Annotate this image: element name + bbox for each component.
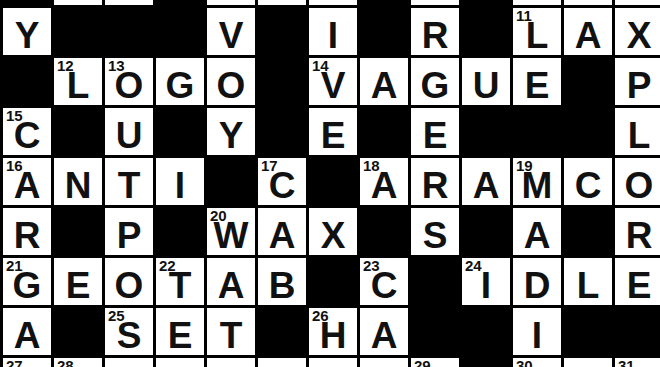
clue-number-30: 30	[516, 358, 533, 367]
letter-r2-c9: U	[462, 67, 510, 104]
cell-r8-c1[interactable]: 28	[54, 358, 102, 367]
cell-r5-c2[interactable]: P	[105, 208, 153, 255]
cell-r4-c3[interactable]: I	[156, 158, 204, 205]
letter-r7-c2: S	[105, 317, 153, 354]
letter-r4-c5: C	[258, 167, 306, 204]
letter-r3-c0: C	[3, 117, 51, 154]
cell-r8-c11[interactable]	[564, 358, 612, 367]
black-square-r3-c5	[258, 108, 306, 155]
letter-r2-c4: O	[207, 67, 255, 104]
letter-r6-c12: E	[615, 267, 660, 304]
cell-r2-c12[interactable]: P	[615, 58, 660, 105]
cell-r0-c8[interactable]	[411, 0, 459, 5]
letter-r2-c8: G	[411, 67, 459, 104]
letter-r3-c12: L	[615, 117, 660, 154]
letter-r5-c4: W	[207, 217, 255, 254]
letter-r7-c0: A	[3, 317, 51, 354]
letter-r5-c8: S	[411, 217, 459, 254]
cell-r2-c7[interactable]: A	[360, 58, 408, 105]
letter-r2-c7: A	[360, 67, 408, 104]
cell-r1-c0[interactable]: Y	[3, 8, 51, 55]
letter-r4-c11: C	[564, 167, 612, 204]
letter-r5-c10: A	[513, 217, 561, 254]
cell-r0-c4[interactable]	[207, 0, 255, 5]
black-square-r1-c1	[54, 8, 102, 55]
cell-r7-c0[interactable]: A	[3, 308, 51, 355]
cell-r1-c6[interactable]: I	[309, 8, 357, 55]
cell-r4-c10[interactable]: 19M	[513, 158, 561, 205]
letter-r4-c0: A	[3, 167, 51, 204]
black-square-r7-c8	[411, 308, 459, 355]
black-square-r7-c1	[54, 308, 102, 355]
letter-r1-c6: I	[309, 17, 357, 54]
letter-r7-c4: T	[207, 317, 255, 354]
letter-r4-c1: N	[54, 167, 102, 204]
cell-r8-c10[interactable]: 30	[513, 358, 561, 367]
black-square-r1-c5	[258, 8, 306, 55]
cell-r4-c11[interactable]: C	[564, 158, 612, 205]
black-square-r2-c0	[3, 58, 51, 105]
cell-r0-c10[interactable]	[513, 0, 561, 5]
cell-r6-c12[interactable]: E	[615, 258, 660, 305]
letter-r2-c1: L	[54, 67, 102, 104]
letter-r4-c12: O	[615, 167, 660, 204]
letter-r1-c12: X	[615, 17, 660, 54]
clue-number-28: 28	[57, 358, 74, 367]
cell-r3-c0[interactable]: 15C	[3, 108, 51, 155]
cell-r6-c9[interactable]: 24I	[462, 258, 510, 305]
cell-r6-c5[interactable]: B	[258, 258, 306, 305]
letter-r1-c10: L	[513, 17, 561, 54]
crossword-grid: YVIR11LAX12L13OGO14VAGUEP15CUYEEL16ANTI1…	[0, 0, 660, 367]
letter-r1-c8: R	[411, 17, 459, 54]
letter-r6-c11: L	[564, 267, 612, 304]
black-square-r7-c12	[615, 308, 660, 355]
letter-r4-c7: A	[360, 167, 408, 204]
letter-r1-c0: Y	[3, 17, 51, 54]
letter-r6-c2: O	[105, 267, 153, 304]
letter-r2-c2: O	[105, 67, 153, 104]
cell-r8-c4[interactable]	[207, 358, 255, 367]
cell-r4-c12[interactable]: O	[615, 158, 660, 205]
cell-r2-c10[interactable]: E	[513, 58, 561, 105]
letter-r6-c0: G	[3, 267, 51, 304]
letter-r3-c2: U	[105, 117, 153, 154]
cell-r2-c3[interactable]: G	[156, 58, 204, 105]
cell-r0-c2[interactable]	[105, 0, 153, 5]
cell-r5-c10[interactable]: A	[513, 208, 561, 255]
black-square-r5-c1	[54, 208, 102, 255]
letter-r4-c3: I	[156, 167, 204, 204]
cell-r8-c6[interactable]	[309, 358, 357, 367]
letter-r5-c5: A	[258, 217, 306, 254]
cell-r7-c2[interactable]: 25S	[105, 308, 153, 355]
cell-r4-c7[interactable]: 18A	[360, 158, 408, 205]
cell-r4-c0[interactable]: 16A	[3, 158, 51, 205]
cell-r6-c7[interactable]: 23C	[360, 258, 408, 305]
letter-r3-c6: E	[309, 117, 357, 154]
cell-r7-c7[interactable]: A	[360, 308, 408, 355]
cell-r8-c8[interactable]: 29	[411, 358, 459, 367]
cell-r3-c4[interactable]: Y	[207, 108, 255, 155]
crossword-screenshot: YVIR11LAX12L13OGO14VAGUEP15CUYEEL16ANTI1…	[0, 0, 660, 367]
cell-r1-c12[interactable]: X	[615, 8, 660, 55]
black-square-r0-c3	[156, 0, 204, 5]
black-square-r3-c11	[564, 108, 612, 155]
letter-r4-c10: M	[513, 167, 561, 204]
cell-r0-c12[interactable]	[615, 0, 660, 5]
black-square-r3-c7	[360, 108, 408, 155]
cell-r4-c9[interactable]: A	[462, 158, 510, 205]
black-square-r1-c9	[462, 8, 510, 55]
cell-r8-c12[interactable]: 31	[615, 358, 660, 367]
black-square-r4-c6	[309, 158, 357, 205]
letter-r6-c3: T	[156, 267, 204, 304]
letter-r5-c0: R	[3, 217, 51, 254]
clue-number-29: 29	[414, 358, 431, 367]
cell-r5-c0[interactable]: R	[3, 208, 51, 255]
cell-r2-c4[interactable]: O	[207, 58, 255, 105]
black-square-r0-c7	[360, 0, 408, 5]
black-square-r6-c8	[411, 258, 459, 305]
cell-r2-c6[interactable]: 14V	[309, 58, 357, 105]
cell-r6-c10[interactable]: D	[513, 258, 561, 305]
clue-number-31: 31	[618, 358, 635, 367]
cell-r0-c5[interactable]	[258, 0, 306, 5]
letter-r6-c9: I	[462, 267, 510, 304]
cell-r8-c3[interactable]	[156, 358, 204, 367]
black-square-r1-c7	[360, 8, 408, 55]
cell-r1-c11[interactable]: A	[564, 8, 612, 55]
letter-r7-c6: H	[309, 317, 357, 354]
cell-r3-c12[interactable]: L	[615, 108, 660, 155]
cell-r4-c2[interactable]: T	[105, 158, 153, 205]
cell-r6-c11[interactable]: L	[564, 258, 612, 305]
cell-r7-c6[interactable]: 26H	[309, 308, 357, 355]
cell-r0-c1[interactable]	[54, 0, 102, 5]
letter-r3-c4: Y	[207, 117, 255, 154]
letter-r2-c6: V	[309, 67, 357, 104]
cell-r4-c1[interactable]: N	[54, 158, 102, 205]
black-square-r4-c4	[207, 158, 255, 205]
letter-r3-c8: E	[411, 117, 459, 154]
cell-r2-c2[interactable]: 13O	[105, 58, 153, 105]
cell-r0-c11[interactable]	[564, 0, 612, 5]
black-square-r2-c5	[258, 58, 306, 105]
cell-r5-c12[interactable]: R	[615, 208, 660, 255]
black-square-r5-c11	[564, 208, 612, 255]
letter-r2-c12: P	[615, 67, 660, 104]
cell-r1-c8[interactable]: R	[411, 8, 459, 55]
cell-r7-c3[interactable]: E	[156, 308, 204, 355]
letter-r5-c2: P	[105, 217, 153, 254]
cell-r0-c6[interactable]	[309, 0, 357, 5]
cell-r3-c6[interactable]: E	[309, 108, 357, 155]
cell-r4-c8[interactable]: R	[411, 158, 459, 205]
cell-r1-c10[interactable]: 11L	[513, 8, 561, 55]
black-square-r7-c11	[564, 308, 612, 355]
letter-r7-c3: E	[156, 317, 204, 354]
letter-r6-c5: B	[258, 267, 306, 304]
cell-r7-c10[interactable]: I	[513, 308, 561, 355]
cell-r8-c5[interactable]	[258, 358, 306, 367]
cell-r8-c0[interactable]: 27	[3, 358, 51, 367]
cell-r2-c9[interactable]: U	[462, 58, 510, 105]
cell-r8-c2[interactable]	[105, 358, 153, 367]
black-square-r8-c9	[462, 358, 510, 367]
cell-r6-c1[interactable]: E	[54, 258, 102, 305]
black-square-r3-c3	[156, 108, 204, 155]
letter-r6-c10: D	[513, 267, 561, 304]
cell-r5-c6[interactable]: X	[309, 208, 357, 255]
black-square-r7-c5	[258, 308, 306, 355]
black-square-r5-c7	[360, 208, 408, 255]
black-square-r0-c9	[462, 0, 510, 5]
letter-r6-c4: A	[207, 267, 255, 304]
cell-r5-c4[interactable]: 20W	[207, 208, 255, 255]
cell-r3-c2[interactable]: U	[105, 108, 153, 155]
cell-r1-c4[interactable]: V	[207, 8, 255, 55]
black-square-r6-c6	[309, 258, 357, 305]
clue-number-27: 27	[6, 358, 23, 367]
letter-r4-c2: T	[105, 167, 153, 204]
black-square-r5-c3	[156, 208, 204, 255]
cell-r7-c4[interactable]: T	[207, 308, 255, 355]
cell-r5-c8[interactable]: S	[411, 208, 459, 255]
letter-r1-c11: A	[564, 17, 612, 54]
cell-r6-c2[interactable]: O	[105, 258, 153, 305]
cell-r5-c5[interactable]: A	[258, 208, 306, 255]
cell-r2-c8[interactable]: G	[411, 58, 459, 105]
letter-r4-c9: A	[462, 167, 510, 204]
letter-r2-c3: G	[156, 67, 204, 104]
cell-r4-c5[interactable]: 17C	[258, 158, 306, 205]
letter-r5-c6: X	[309, 217, 357, 254]
letter-r4-c8: R	[411, 167, 459, 204]
black-square-r3-c1	[54, 108, 102, 155]
black-square-r0-c0	[3, 0, 51, 5]
black-square-r5-c9	[462, 208, 510, 255]
letter-r1-c4: V	[207, 17, 255, 54]
cell-r6-c4[interactable]: A	[207, 258, 255, 305]
black-square-r3-c9	[462, 108, 510, 155]
cell-r2-c1[interactable]: 12L	[54, 58, 102, 105]
letter-r2-c10: E	[513, 67, 561, 104]
black-square-r3-c10	[513, 108, 561, 155]
letter-r5-c12: R	[615, 217, 660, 254]
cell-r6-c3[interactable]: 22T	[156, 258, 204, 305]
letter-r7-c10: I	[513, 317, 561, 354]
black-square-r1-c2	[105, 8, 153, 55]
black-square-r2-c11	[564, 58, 612, 105]
black-square-r7-c9	[462, 308, 510, 355]
cell-r3-c8[interactable]: E	[411, 108, 459, 155]
cell-r8-c7[interactable]	[360, 358, 408, 367]
black-square-r1-c3	[156, 8, 204, 55]
letter-r6-c7: C	[360, 267, 408, 304]
cell-r6-c0[interactable]: 21G	[3, 258, 51, 305]
letter-r7-c7: A	[360, 317, 408, 354]
letter-r6-c1: E	[54, 267, 102, 304]
